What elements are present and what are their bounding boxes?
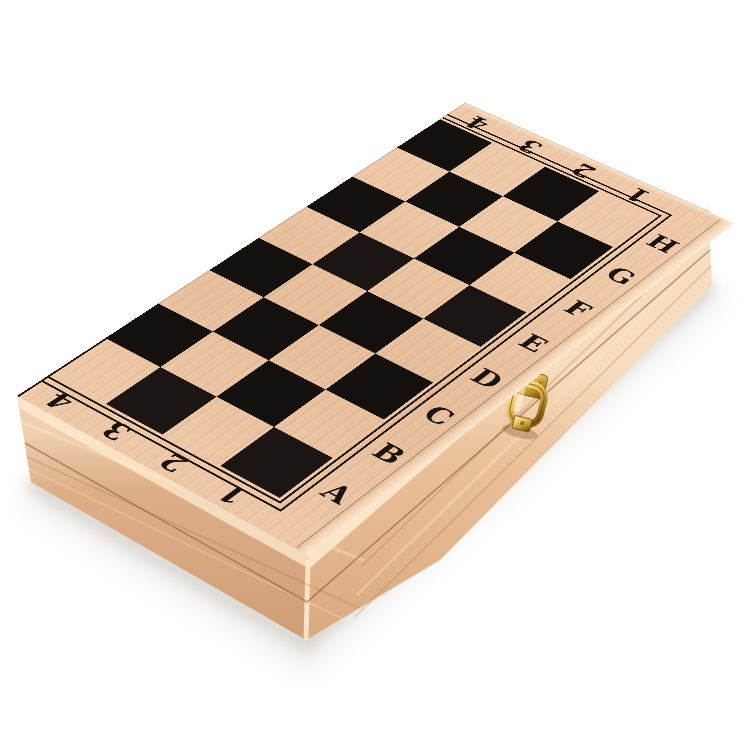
rank-label-right-4: 4 [461, 113, 495, 132]
rank-label-right-1: 1 [621, 184, 655, 205]
rank-label-right-3: 3 [514, 136, 548, 156]
rank-label-left-3: 3 [97, 417, 139, 443]
product-photo: ABCDEFGH12341234 [0, 0, 750, 750]
rank-label-left-2: 2 [154, 448, 196, 475]
rank-label-left-1: 1 [213, 480, 255, 508]
rank-label-right-2: 2 [567, 160, 601, 180]
file-label-f: F [559, 298, 596, 321]
corner-highlight [306, 560, 308, 640]
rank-label-left-4: 4 [41, 387, 83, 413]
